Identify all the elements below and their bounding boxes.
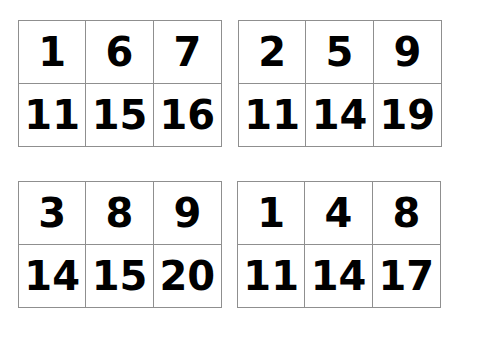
number-card-top-left: 1 6 7 11 15 16 <box>18 20 222 147</box>
number-cell: 9 <box>374 21 441 84</box>
number-cell: 11 <box>239 84 306 147</box>
number-cell: 14 <box>19 245 86 308</box>
number-cell: 8 <box>86 182 153 245</box>
number-cell: 19 <box>374 84 441 147</box>
number-cell: 4 <box>305 182 372 245</box>
number-cell: 1 <box>238 182 305 245</box>
number-cell: 3 <box>19 182 86 245</box>
number-cell: 6 <box>86 21 153 84</box>
number-cell: 2 <box>239 21 306 84</box>
number-cell: 11 <box>19 84 86 147</box>
number-cell: 1 <box>19 21 86 84</box>
number-cell: 11 <box>238 245 305 308</box>
number-card-bottom-left: 3 8 9 14 15 20 <box>18 181 222 308</box>
number-cell: 7 <box>154 21 221 84</box>
number-cell: 9 <box>154 182 221 245</box>
number-card-bottom-right: 1 4 8 11 14 17 <box>237 181 441 308</box>
number-cell: 14 <box>306 84 373 147</box>
number-cell: 14 <box>305 245 372 308</box>
worksheet-page: 1 6 7 11 15 16 2 5 9 11 14 19 3 8 9 14 1… <box>0 0 500 353</box>
number-cell: 17 <box>373 245 440 308</box>
number-card-top-right: 2 5 9 11 14 19 <box>238 20 442 147</box>
number-cell: 15 <box>86 84 153 147</box>
number-cell: 8 <box>373 182 440 245</box>
number-cell: 20 <box>154 245 221 308</box>
number-cell: 5 <box>306 21 373 84</box>
number-cell: 16 <box>154 84 221 147</box>
number-cell: 15 <box>86 245 153 308</box>
